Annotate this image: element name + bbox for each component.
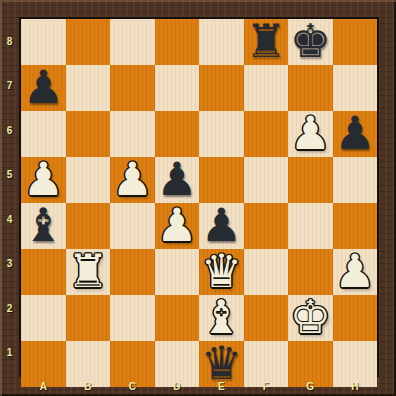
square-h6[interactable]: ♟ xyxy=(333,111,378,157)
square-d6[interactable] xyxy=(155,111,200,157)
file-label-d: D xyxy=(155,377,200,396)
square-d7[interactable] xyxy=(155,65,200,111)
square-h2[interactable] xyxy=(333,295,378,341)
square-a2[interactable] xyxy=(21,295,66,341)
rank-label-1: 1 xyxy=(0,331,19,376)
rank-label-3: 3 xyxy=(0,242,19,287)
piece-white-pawn[interactable]: ♟ xyxy=(290,110,331,156)
file-label-e: E xyxy=(199,377,244,396)
square-d5[interactable]: ♟ xyxy=(155,157,200,203)
square-c2[interactable] xyxy=(110,295,155,341)
chess-board: ♜♚♟♟♟♟♟♟♝♟♟♜♛♟♝♚♛ xyxy=(19,17,379,377)
square-e6[interactable] xyxy=(199,111,244,157)
file-labels: ABCDEFGH xyxy=(21,377,377,396)
square-g4[interactable] xyxy=(288,203,333,249)
piece-black-king[interactable]: ♚ xyxy=(290,18,331,64)
square-c5[interactable]: ♟ xyxy=(110,157,155,203)
rank-label-5: 5 xyxy=(0,153,19,198)
piece-black-pawn[interactable]: ♟ xyxy=(201,202,242,248)
square-a3[interactable] xyxy=(21,249,66,295)
square-f3[interactable] xyxy=(244,249,289,295)
square-g6[interactable]: ♟ xyxy=(288,111,333,157)
rank-label-2: 2 xyxy=(0,286,19,331)
square-f4[interactable] xyxy=(244,203,289,249)
square-b3[interactable]: ♜ xyxy=(66,249,111,295)
chess-app-window: 87654321 ♜♚♟♟♟♟♟♟♝♟♟♜♛♟♝♚♛ ABCDEFGH xyxy=(0,0,396,396)
square-e8[interactable] xyxy=(199,19,244,65)
square-c6[interactable] xyxy=(110,111,155,157)
square-f5[interactable] xyxy=(244,157,289,203)
piece-white-queen[interactable]: ♛ xyxy=(201,248,242,294)
file-label-c: C xyxy=(110,377,155,396)
file-label-b: B xyxy=(66,377,111,396)
piece-black-pawn[interactable]: ♟ xyxy=(156,156,197,202)
piece-black-rook[interactable]: ♜ xyxy=(245,18,286,64)
square-c3[interactable] xyxy=(110,249,155,295)
file-label-g: G xyxy=(288,377,333,396)
square-b4[interactable] xyxy=(66,203,111,249)
square-g7[interactable] xyxy=(288,65,333,111)
rank-label-7: 7 xyxy=(0,64,19,109)
piece-white-pawn[interactable]: ♟ xyxy=(112,156,153,202)
square-g2[interactable]: ♚ xyxy=(288,295,333,341)
piece-white-king[interactable]: ♚ xyxy=(290,294,331,340)
square-d4[interactable]: ♟ xyxy=(155,203,200,249)
piece-white-pawn[interactable]: ♟ xyxy=(334,248,375,294)
square-f6[interactable] xyxy=(244,111,289,157)
square-a5[interactable]: ♟ xyxy=(21,157,66,203)
square-e3[interactable]: ♛ xyxy=(199,249,244,295)
rank-label-8: 8 xyxy=(0,19,19,64)
square-b6[interactable] xyxy=(66,111,111,157)
square-b2[interactable] xyxy=(66,295,111,341)
square-b5[interactable] xyxy=(66,157,111,203)
square-f2[interactable] xyxy=(244,295,289,341)
square-h3[interactable]: ♟ xyxy=(333,249,378,295)
square-d8[interactable] xyxy=(155,19,200,65)
square-h7[interactable] xyxy=(333,65,378,111)
square-d2[interactable] xyxy=(155,295,200,341)
square-g5[interactable] xyxy=(288,157,333,203)
square-e4[interactable]: ♟ xyxy=(199,203,244,249)
square-d3[interactable] xyxy=(155,249,200,295)
rank-label-6: 6 xyxy=(0,108,19,153)
rank-labels: 87654321 xyxy=(0,19,19,375)
square-h5[interactable] xyxy=(333,157,378,203)
square-a8[interactable] xyxy=(21,19,66,65)
square-g3[interactable] xyxy=(288,249,333,295)
piece-white-pawn[interactable]: ♟ xyxy=(156,202,197,248)
square-g8[interactable]: ♚ xyxy=(288,19,333,65)
square-f7[interactable] xyxy=(244,65,289,111)
square-c4[interactable] xyxy=(110,203,155,249)
square-b7[interactable] xyxy=(66,65,111,111)
file-label-f: F xyxy=(244,377,289,396)
piece-white-rook[interactable]: ♜ xyxy=(67,248,108,294)
piece-black-bishop[interactable]: ♝ xyxy=(23,202,64,248)
square-e5[interactable] xyxy=(199,157,244,203)
square-h4[interactable] xyxy=(333,203,378,249)
piece-white-bishop[interactable]: ♝ xyxy=(201,294,242,340)
square-b8[interactable] xyxy=(66,19,111,65)
square-h8[interactable] xyxy=(333,19,378,65)
square-a7[interactable]: ♟ xyxy=(21,65,66,111)
square-a4[interactable]: ♝ xyxy=(21,203,66,249)
square-f8[interactable]: ♜ xyxy=(244,19,289,65)
piece-black-pawn[interactable]: ♟ xyxy=(23,64,64,110)
square-e7[interactable] xyxy=(199,65,244,111)
square-e2[interactable]: ♝ xyxy=(199,295,244,341)
square-c7[interactable] xyxy=(110,65,155,111)
square-a6[interactable] xyxy=(21,111,66,157)
file-label-h: H xyxy=(333,377,378,396)
square-c8[interactable] xyxy=(110,19,155,65)
file-label-a: A xyxy=(21,377,66,396)
rank-label-4: 4 xyxy=(0,197,19,242)
piece-white-pawn[interactable]: ♟ xyxy=(23,156,64,202)
piece-black-pawn[interactable]: ♟ xyxy=(334,110,375,156)
